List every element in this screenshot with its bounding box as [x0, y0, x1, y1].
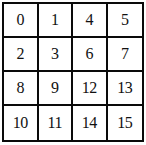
cell-value: 12 — [82, 80, 97, 96]
grid-cell-r1c0: 2 — [4, 38, 39, 72]
grid-cell-r0c0: 0 — [4, 4, 39, 38]
grid-cell-r0c2: 4 — [73, 4, 108, 38]
grid-cell-r1c3: 7 — [108, 38, 143, 72]
number-grid-board: 0 1 4 5 2 3 6 7 8 9 12 13 10 11 14 15 — [2, 2, 144, 142]
grid-cell-r1c1: 3 — [39, 38, 74, 72]
grid-cell-r0c1: 1 — [39, 4, 74, 38]
grid-cell-r2c3: 13 — [108, 72, 143, 106]
grid-cell-r3c2: 14 — [73, 106, 108, 140]
cell-value: 10 — [13, 115, 28, 131]
cell-value: 15 — [117, 115, 132, 131]
cell-value: 3 — [51, 46, 59, 62]
cell-value: 6 — [86, 46, 94, 62]
cell-value: 1 — [51, 12, 59, 28]
grid-cell-r2c1: 9 — [39, 72, 74, 106]
grid-cell-r3c3: 15 — [108, 106, 143, 140]
grid-cell-r2c2: 12 — [73, 72, 108, 106]
grid-cell-r3c1: 11 — [39, 106, 74, 140]
cell-value: 4 — [86, 12, 94, 28]
cell-value: 8 — [17, 80, 25, 96]
grid-cell-r0c3: 5 — [108, 4, 143, 38]
cell-value: 14 — [82, 115, 97, 131]
cell-value: 11 — [48, 115, 62, 131]
cell-value: 9 — [51, 80, 59, 96]
grid-cell-r1c2: 6 — [73, 38, 108, 72]
grid-cell-r2c0: 8 — [4, 72, 39, 106]
cell-value: 5 — [121, 12, 129, 28]
grid-cell-r3c0: 10 — [4, 106, 39, 140]
cell-value: 7 — [121, 46, 129, 62]
page: 0 1 4 5 2 3 6 7 8 9 12 13 10 11 14 15 — [0, 0, 146, 145]
cell-value: 2 — [17, 46, 25, 62]
cell-value: 0 — [17, 12, 25, 28]
cell-value: 13 — [117, 80, 132, 96]
